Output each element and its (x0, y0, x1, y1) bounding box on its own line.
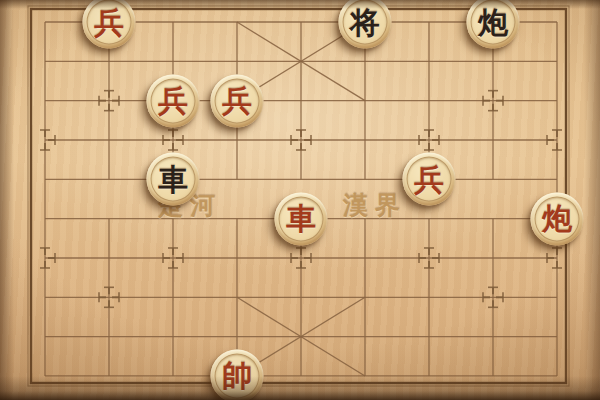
piece-glyph: 将 (350, 7, 380, 37)
piece-face: 車 (279, 196, 324, 241)
piece-face: 炮 (535, 196, 580, 241)
piece-red-soldier[interactable]: 兵 (211, 74, 264, 127)
piece-glyph: 兵 (222, 86, 252, 116)
piece-glyph: 帥 (222, 361, 252, 391)
piece-glyph: 兵 (94, 7, 124, 37)
piece-glyph: 車 (286, 204, 316, 234)
piece-face: 帥 (215, 353, 260, 398)
piece-face: 兵 (407, 157, 452, 202)
piece-face: 炮 (471, 0, 516, 45)
piece-face: 兵 (151, 78, 196, 123)
piece-red-soldier[interactable]: 兵 (147, 74, 200, 127)
piece-red-soldier[interactable]: 兵 (403, 153, 456, 206)
piece-glyph: 車 (158, 164, 188, 194)
piece-red-chariot[interactable]: 車 (275, 192, 328, 245)
piece-black-chariot[interactable]: 車 (147, 153, 200, 206)
piece-glyph: 兵 (414, 164, 444, 194)
piece-face: 車 (151, 157, 196, 202)
piece-face: 兵 (215, 78, 260, 123)
xiangqi-board[interactable]: 楚河 漢界 兵将炮兵兵車兵車炮帥 (0, 0, 600, 400)
piece-glyph: 兵 (158, 86, 188, 116)
piece-glyph: 炮 (542, 204, 572, 234)
piece-face: 兵 (87, 0, 132, 45)
piece-red-cannon[interactable]: 炮 (531, 192, 584, 245)
piece-glyph: 炮 (478, 7, 508, 37)
piece-red-general[interactable]: 帥 (211, 349, 264, 400)
piece-face: 将 (343, 0, 388, 45)
